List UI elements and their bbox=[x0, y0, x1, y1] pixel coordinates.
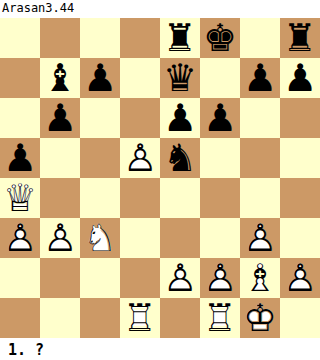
black-knight-piece: ♞ bbox=[160, 138, 200, 178]
square-d1[interactable]: ♜♖ bbox=[120, 298, 160, 338]
square-b6[interactable]: ♟ bbox=[40, 98, 80, 138]
black-pawn-piece: ♟ bbox=[160, 98, 200, 138]
square-e1[interactable] bbox=[160, 298, 200, 338]
square-e8[interactable]: ♜ bbox=[160, 18, 200, 58]
square-f8[interactable]: ♚ bbox=[200, 18, 240, 58]
white-knight-piece: ♞♘ bbox=[80, 218, 120, 258]
square-a1[interactable] bbox=[0, 298, 40, 338]
piece-outline-layer: ♙ bbox=[243, 218, 277, 258]
piece-outline-layer: ♙ bbox=[3, 218, 37, 258]
square-g8[interactable] bbox=[240, 18, 280, 58]
window-title: Arasan3.44 bbox=[0, 0, 320, 18]
square-h4[interactable] bbox=[280, 178, 320, 218]
black-pawn-piece: ♟ bbox=[200, 98, 240, 138]
square-b1[interactable] bbox=[40, 298, 80, 338]
square-f3[interactable] bbox=[200, 218, 240, 258]
square-d2[interactable] bbox=[120, 258, 160, 298]
square-d8[interactable] bbox=[120, 18, 160, 58]
square-h1[interactable] bbox=[280, 298, 320, 338]
square-d4[interactable] bbox=[120, 178, 160, 218]
white-pawn-piece: ♟♙ bbox=[160, 258, 200, 298]
black-pawn-piece: ♟ bbox=[240, 58, 280, 98]
square-c2[interactable] bbox=[80, 258, 120, 298]
piece-outline-layer: ♙ bbox=[163, 258, 197, 298]
piece-outline-layer: ♙ bbox=[43, 218, 77, 258]
square-g1[interactable]: ♚♔ bbox=[240, 298, 280, 338]
square-a2[interactable] bbox=[0, 258, 40, 298]
white-bishop-piece: ♝♗ bbox=[240, 258, 280, 298]
square-g6[interactable] bbox=[240, 98, 280, 138]
square-b3[interactable]: ♟♙ bbox=[40, 218, 80, 258]
square-h2[interactable]: ♟♙ bbox=[280, 258, 320, 298]
square-e7[interactable]: ♛ bbox=[160, 58, 200, 98]
square-c7[interactable]: ♟ bbox=[80, 58, 120, 98]
square-f6[interactable]: ♟ bbox=[200, 98, 240, 138]
square-a6[interactable] bbox=[0, 98, 40, 138]
square-b4[interactable] bbox=[40, 178, 80, 218]
square-d7[interactable] bbox=[120, 58, 160, 98]
square-b8[interactable] bbox=[40, 18, 80, 58]
square-b5[interactable] bbox=[40, 138, 80, 178]
square-a7[interactable] bbox=[0, 58, 40, 98]
white-pawn-piece: ♟♙ bbox=[40, 218, 80, 258]
white-rook-piece: ♜♖ bbox=[200, 298, 240, 338]
square-a8[interactable] bbox=[0, 18, 40, 58]
white-pawn-piece: ♟♙ bbox=[280, 258, 320, 298]
piece-outline-layer: ♙ bbox=[283, 258, 317, 298]
black-pawn-piece: ♟ bbox=[40, 98, 80, 138]
piece-outline-layer: ♘ bbox=[83, 218, 117, 258]
square-d5[interactable]: ♟♙ bbox=[120, 138, 160, 178]
square-f5[interactable] bbox=[200, 138, 240, 178]
white-queen-piece: ♛♕ bbox=[0, 178, 40, 218]
square-c3[interactable]: ♞♘ bbox=[80, 218, 120, 258]
black-bishop-piece: ♝ bbox=[40, 58, 80, 98]
black-pawn-piece: ♟ bbox=[80, 58, 120, 98]
chess-board[interactable]: ♜♚♜♝♟♛♟♟♟♟♟♟♟♙♞♛♕♟♙♟♙♞♘♟♙♟♙♟♙♝♗♟♙♜♖♜♖♚♔ bbox=[0, 18, 320, 338]
square-c6[interactable] bbox=[80, 98, 120, 138]
square-g5[interactable] bbox=[240, 138, 280, 178]
square-h8[interactable]: ♜ bbox=[280, 18, 320, 58]
square-b7[interactable]: ♝ bbox=[40, 58, 80, 98]
square-g7[interactable]: ♟ bbox=[240, 58, 280, 98]
square-e6[interactable]: ♟ bbox=[160, 98, 200, 138]
piece-outline-layer: ♔ bbox=[243, 298, 277, 338]
black-pawn-piece: ♟ bbox=[280, 58, 320, 98]
piece-outline-layer: ♖ bbox=[123, 298, 157, 338]
square-f1[interactable]: ♜♖ bbox=[200, 298, 240, 338]
square-b2[interactable] bbox=[40, 258, 80, 298]
white-pawn-piece: ♟♙ bbox=[240, 218, 280, 258]
square-c4[interactable] bbox=[80, 178, 120, 218]
black-rook-piece: ♜ bbox=[160, 18, 200, 58]
square-g2[interactable]: ♝♗ bbox=[240, 258, 280, 298]
move-prompt: 1. ? bbox=[0, 338, 320, 360]
square-h3[interactable] bbox=[280, 218, 320, 258]
piece-outline-layer: ♙ bbox=[123, 138, 157, 178]
square-f7[interactable] bbox=[200, 58, 240, 98]
square-e2[interactable]: ♟♙ bbox=[160, 258, 200, 298]
square-f4[interactable] bbox=[200, 178, 240, 218]
square-c5[interactable] bbox=[80, 138, 120, 178]
square-f2[interactable]: ♟♙ bbox=[200, 258, 240, 298]
square-g4[interactable] bbox=[240, 178, 280, 218]
square-a4[interactable]: ♛♕ bbox=[0, 178, 40, 218]
square-e4[interactable] bbox=[160, 178, 200, 218]
square-h6[interactable] bbox=[280, 98, 320, 138]
piece-outline-layer: ♖ bbox=[203, 298, 237, 338]
white-king-piece: ♚♔ bbox=[240, 298, 280, 338]
arasan-window: Arasan3.44 ♜♚♜♝♟♛♟♟♟♟♟♟♟♙♞♛♕♟♙♟♙♞♘♟♙♟♙♟♙… bbox=[0, 0, 320, 360]
black-queen-piece: ♛ bbox=[160, 58, 200, 98]
piece-outline-layer: ♕ bbox=[3, 178, 37, 218]
square-e5[interactable]: ♞ bbox=[160, 138, 200, 178]
piece-outline-layer: ♗ bbox=[243, 258, 277, 298]
black-rook-piece: ♜ bbox=[280, 18, 320, 58]
white-pawn-piece: ♟♙ bbox=[120, 138, 160, 178]
square-h5[interactable] bbox=[280, 138, 320, 178]
white-pawn-piece: ♟♙ bbox=[200, 258, 240, 298]
black-king-piece: ♚ bbox=[200, 18, 240, 58]
square-d6[interactable] bbox=[120, 98, 160, 138]
square-d3[interactable] bbox=[120, 218, 160, 258]
white-pawn-piece: ♟♙ bbox=[0, 218, 40, 258]
black-pawn-piece: ♟ bbox=[0, 138, 40, 178]
square-g3[interactable]: ♟♙ bbox=[240, 218, 280, 258]
piece-outline-layer: ♙ bbox=[203, 258, 237, 298]
square-a3[interactable]: ♟♙ bbox=[0, 218, 40, 258]
white-rook-piece: ♜♖ bbox=[120, 298, 160, 338]
square-a5[interactable]: ♟ bbox=[0, 138, 40, 178]
square-c1[interactable] bbox=[80, 298, 120, 338]
square-e3[interactable] bbox=[160, 218, 200, 258]
square-c8[interactable] bbox=[80, 18, 120, 58]
square-h7[interactable]: ♟ bbox=[280, 58, 320, 98]
